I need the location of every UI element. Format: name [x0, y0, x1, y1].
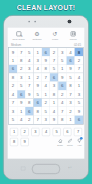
sudoku-cell[interactable]: 5 [58, 56, 66, 64]
sudoku-cell[interactable]: 9 [17, 99, 25, 107]
sudoku-cell[interactable]: 2 [25, 116, 33, 124]
tool-buttons: Erase Notes [57, 138, 82, 146]
sudoku-cell[interactable]: 6 [17, 90, 25, 98]
hint-button[interactable]: Hint [77, 138, 82, 146]
sudoku-cell[interactable]: 9 [34, 82, 42, 90]
undo-label: Undo [52, 38, 58, 41]
sensor-dot-icon [28, 21, 30, 23]
recents-icon[interactable] [21, 167, 25, 171]
sudoku-cell[interactable]: 2 [67, 107, 75, 115]
sudoku-cell[interactable]: 5 [50, 65, 58, 73]
sudoku-cell[interactable]: 4 [34, 65, 42, 73]
sudoku-cell[interactable]: 2 [75, 56, 83, 64]
numpad-button-4[interactable]: 4 [42, 128, 50, 136]
sudoku-cell[interactable]: 4 [50, 107, 58, 115]
new-game-button[interactable]: ✎ New Game [10, 30, 27, 41]
phone-frame: ✎ New Game ⚙ Settings ↺ Undo [3, 15, 89, 180]
eraser-icon [58, 138, 63, 143]
numpad-button-3[interactable]: 3 [31, 128, 39, 136]
sudoku-cell[interactable]: 7 [58, 107, 66, 115]
sudoku-cell[interactable]: 2 [34, 73, 42, 81]
sudoku-cell[interactable]: 3 [17, 73, 25, 81]
sudoku-cell[interactable]: 7 [67, 90, 75, 98]
sudoku-cell[interactable]: 1 [50, 99, 58, 107]
sudoku-cell[interactable]: 3 [67, 99, 75, 107]
promo-banner: CLEAN LAYOUT! [0, 0, 92, 15]
sudoku-cell[interactable]: 2 [50, 48, 58, 56]
sudoku-cell[interactable]: 8 [25, 99, 33, 107]
sudoku-cell[interactable]: 9 [75, 107, 83, 115]
sudoku-cell[interactable]: 6 [34, 99, 42, 107]
numpad-digits-2: 89 [10, 138, 29, 146]
sudoku-cell[interactable]: 1 [17, 107, 25, 115]
sudoku-cell[interactable]: 3 [25, 65, 33, 73]
settings-label: Settings [32, 38, 41, 41]
camera-icon [68, 20, 72, 24]
sudoku-cell[interactable]: 9 [42, 56, 50, 64]
sudoku-cell[interactable]: 4 [42, 82, 50, 90]
sudoku-cell[interactable]: 4 [25, 56, 33, 64]
app-screen: ✎ New Game ⚙ Settings ↺ Undo [8, 28, 85, 159]
phone-top-bezel [4, 16, 89, 28]
numpad-button-1[interactable]: 1 [10, 128, 18, 136]
settings-button[interactable]: ⚙ Settings [28, 30, 45, 41]
sudoku-cell[interactable]: 7 [9, 99, 17, 107]
sudoku-cell[interactable]: 5 [25, 48, 33, 56]
sudoku-cell[interactable]: 7 [50, 56, 58, 64]
sudoku-cell[interactable]: 2 [42, 99, 50, 107]
sudoku-cell[interactable]: 3 [75, 90, 83, 98]
sudoku-cell[interactable]: 1 [75, 82, 83, 90]
sudoku-cell[interactable]: 5 [67, 73, 75, 81]
sudoku-cell[interactable]: 5 [34, 90, 42, 98]
erase-button[interactable]: Erase [57, 138, 63, 146]
sudoku-cell[interactable]: 7 [34, 116, 42, 124]
sudoku-cell[interactable]: 2 [9, 82, 17, 90]
numpad-button-5[interactable]: 5 [53, 128, 61, 136]
sudoku-cell[interactable]: 7 [42, 73, 50, 81]
hint-label: Hint [77, 144, 81, 146]
sudoku-cell[interactable]: 1 [58, 65, 66, 73]
sudoku-cell[interactable]: 9 [25, 90, 33, 98]
sudoku-cell[interactable]: 9 [9, 48, 17, 56]
sudoku-cell[interactable]: 1 [9, 56, 17, 64]
sudoku-cell[interactable]: 4 [75, 73, 83, 81]
notes-label: Notes [67, 144, 73, 146]
sudoku-cell[interactable]: 2 [17, 65, 25, 73]
new-game-label: New Game [12, 38, 25, 41]
sudoku-cell[interactable]: 4 [58, 99, 66, 107]
settings-icon: ⚙ [34, 30, 41, 37]
sudoku-cell[interactable]: 8 [58, 116, 66, 124]
new-game-icon: ✎ [15, 30, 22, 37]
sudoku-cell[interactable]: 1 [67, 116, 75, 124]
stage: CLEAN LAYOUT! ✎ New Game ⚙ [0, 0, 92, 184]
sudoku-cell[interactable]: 8 [42, 65, 50, 73]
sudoku-cell[interactable]: 8 [17, 56, 25, 64]
sudoku-cell[interactable]: 3 [50, 82, 58, 90]
hint-badge [80, 137, 83, 140]
sudoku-cell[interactable]: 5 [17, 82, 25, 90]
numpad-button-8[interactable]: 8 [10, 138, 18, 146]
back-icon[interactable]: ↩ [68, 165, 72, 170]
sudoku-cell[interactable]: 1 [25, 73, 33, 81]
sudoku-board: 9751623481843975626234851978312769542579… [8, 47, 83, 124]
sudoku-cell[interactable]: 9 [58, 73, 66, 81]
sudoku-cell[interactable]: 5 [75, 99, 83, 107]
sudoku-cell[interactable]: 5 [9, 116, 17, 124]
sudoku-cell[interactable]: 1 [34, 48, 42, 56]
sudoku-cell[interactable]: 6 [75, 116, 83, 124]
pause-icon [70, 30, 77, 37]
sudoku-cell[interactable]: 7 [25, 82, 33, 90]
numpad-row-1: 1234567 [10, 128, 82, 136]
sudoku-cell[interactable]: 8 [75, 48, 83, 56]
sudoku-cell[interactable]: 3 [9, 107, 17, 115]
numpad-button-6[interactable]: 6 [63, 128, 71, 136]
sudoku-cell[interactable]: 3 [42, 116, 50, 124]
sudoku-cell[interactable]: 6 [42, 48, 50, 56]
numpad-button-9[interactable]: 9 [21, 138, 29, 146]
pause-button[interactable]: Pause [65, 30, 82, 41]
numpad-row-2: 89 Erase No [10, 138, 82, 146]
sudoku-cell[interactable]: 7 [75, 65, 83, 73]
sudoku-cell[interactable]: 4 [17, 116, 25, 124]
sudoku-cell[interactable]: 4 [67, 48, 75, 56]
numpad-button-2[interactable]: 2 [21, 128, 29, 136]
erase-label: Erase [57, 144, 63, 146]
phone-bottom-bezel: ↩ [4, 159, 89, 180]
sudoku-cell[interactable]: 8 [50, 90, 58, 98]
sudoku-cell[interactable]: 9 [50, 116, 58, 124]
sudoku-cell[interactable]: 8 [9, 73, 17, 81]
sudoku-cell[interactable]: 5 [42, 107, 50, 115]
pencil-icon [67, 138, 72, 143]
sudoku-cell[interactable]: 8 [67, 82, 75, 90]
banner-text: CLEAN LAYOUT! [17, 3, 76, 11]
numpad-button-7[interactable]: 7 [74, 128, 82, 136]
sudoku-cell[interactable]: 3 [34, 56, 42, 64]
timer-value: 02:45 [74, 43, 81, 46]
notes-button[interactable]: Notes [67, 138, 73, 146]
home-button[interactable] [32, 164, 60, 174]
number-pad: 1234567 89 Erase [8, 125, 85, 146]
sudoku-cell[interactable]: 6 [25, 107, 33, 115]
sudoku-cell[interactable]: 4 [9, 90, 17, 98]
sudoku-cell[interactable]: 7 [17, 48, 25, 56]
sudoku-grid: 9751623481843975626234851978312769542579… [9, 48, 83, 124]
undo-button[interactable]: ↺ Undo [46, 30, 63, 41]
difficulty-label: Medium [11, 43, 21, 46]
sudoku-cell[interactable]: 6 [67, 56, 75, 64]
pause-label: Pause [70, 38, 77, 41]
sudoku-cell[interactable]: 6 [9, 65, 17, 73]
sudoku-cell[interactable]: 8 [34, 107, 42, 115]
sudoku-cell[interactable]: 6 [50, 73, 58, 81]
toolbar: ✎ New Game ⚙ Settings ↺ Undo [8, 28, 85, 42]
speaker-dot-icon [34, 21, 36, 23]
sudoku-cell[interactable]: 2 [58, 90, 66, 98]
sudoku-cell[interactable]: 9 [67, 65, 75, 73]
sudoku-cell[interactable]: 3 [58, 48, 66, 56]
sudoku-cell[interactable]: 1 [42, 90, 50, 98]
undo-icon: ↺ [52, 30, 59, 37]
sudoku-cell[interactable]: 6 [58, 82, 66, 90]
